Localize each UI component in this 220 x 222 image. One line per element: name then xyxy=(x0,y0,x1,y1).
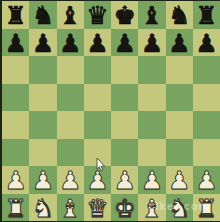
piece-white-queen[interactable]: ♛ xyxy=(86,194,108,221)
square-b8[interactable]: ♞ xyxy=(29,1,56,29)
square-c1[interactable]: ♝ xyxy=(57,194,84,222)
square-c6[interactable] xyxy=(57,56,84,84)
piece-white-knight[interactable]: ♞ xyxy=(168,194,190,221)
piece-white-pawn[interactable]: ♟ xyxy=(86,167,108,194)
square-f3[interactable] xyxy=(138,139,165,167)
square-g2[interactable]: ♟ xyxy=(166,166,193,194)
piece-white-pawn[interactable]: ♟ xyxy=(113,167,135,194)
square-d2[interactable]: ♟ xyxy=(84,166,111,194)
square-f2[interactable]: ♟ xyxy=(138,166,165,194)
piece-black-queen[interactable]: ♛ xyxy=(86,2,108,29)
square-h1[interactable]: ♜ xyxy=(193,194,220,222)
square-b4[interactable] xyxy=(29,111,56,139)
square-h6[interactable] xyxy=(193,56,220,84)
square-c3[interactable] xyxy=(57,139,84,167)
piece-black-pawn[interactable]: ♟ xyxy=(86,29,108,56)
piece-white-pawn[interactable]: ♟ xyxy=(141,167,163,194)
piece-white-pawn[interactable]: ♟ xyxy=(168,167,190,194)
piece-black-bishop[interactable]: ♝ xyxy=(141,2,163,29)
chessboard: ♜♞♝♛♚♝♞♜♟♟♟♟♟♟♟♟♟♟♟♟♟♟♟♟♜♞♝♛♚♝♞♜ clker.c… xyxy=(0,0,220,222)
square-e8[interactable]: ♚ xyxy=(111,1,138,29)
square-e3[interactable] xyxy=(111,139,138,167)
piece-black-pawn[interactable]: ♟ xyxy=(195,29,217,56)
square-b7[interactable]: ♟ xyxy=(29,29,56,57)
piece-black-rook[interactable]: ♜ xyxy=(195,2,217,29)
piece-black-pawn[interactable]: ♟ xyxy=(32,29,54,56)
square-b1[interactable]: ♞ xyxy=(29,194,56,222)
square-f5[interactable] xyxy=(138,84,165,112)
square-g7[interactable]: ♟ xyxy=(166,29,193,57)
piece-black-pawn[interactable]: ♟ xyxy=(141,29,163,56)
square-e4[interactable] xyxy=(111,111,138,139)
square-e6[interactable] xyxy=(111,56,138,84)
square-c5[interactable] xyxy=(57,84,84,112)
square-g5[interactable] xyxy=(166,84,193,112)
square-e5[interactable] xyxy=(111,84,138,112)
square-e7[interactable]: ♟ xyxy=(111,29,138,57)
square-f4[interactable] xyxy=(138,111,165,139)
square-h2[interactable]: ♟ xyxy=(193,166,220,194)
piece-black-pawn[interactable]: ♟ xyxy=(4,29,26,56)
square-f7[interactable]: ♟ xyxy=(138,29,165,57)
square-c4[interactable] xyxy=(57,111,84,139)
square-g3[interactable] xyxy=(166,139,193,167)
square-a7[interactable]: ♟ xyxy=(2,29,29,57)
piece-white-pawn[interactable]: ♟ xyxy=(59,167,81,194)
square-a1[interactable]: ♜ xyxy=(2,194,29,222)
piece-black-knight[interactable]: ♞ xyxy=(168,2,190,29)
square-h4[interactable] xyxy=(193,111,220,139)
square-a2[interactable]: ♟ xyxy=(2,166,29,194)
piece-white-bishop[interactable]: ♝ xyxy=(141,194,163,221)
square-h3[interactable] xyxy=(193,139,220,167)
square-a3[interactable] xyxy=(2,139,29,167)
piece-black-knight[interactable]: ♞ xyxy=(32,2,54,29)
square-g8[interactable]: ♞ xyxy=(166,1,193,29)
piece-white-bishop[interactable]: ♝ xyxy=(59,194,81,221)
piece-white-pawn[interactable]: ♟ xyxy=(4,167,26,194)
square-a5[interactable] xyxy=(2,84,29,112)
square-g6[interactable] xyxy=(166,56,193,84)
square-d8[interactable]: ♛ xyxy=(84,1,111,29)
piece-white-pawn[interactable]: ♟ xyxy=(195,167,217,194)
square-f1[interactable]: ♝ xyxy=(138,194,165,222)
piece-white-pawn[interactable]: ♟ xyxy=(32,167,54,194)
piece-black-pawn[interactable]: ♟ xyxy=(59,29,81,56)
piece-white-rook[interactable]: ♜ xyxy=(195,194,217,221)
piece-white-rook[interactable]: ♜ xyxy=(4,194,26,221)
square-a8[interactable]: ♜ xyxy=(2,1,29,29)
square-e1[interactable]: ♚ xyxy=(111,194,138,222)
square-b2[interactable]: ♟ xyxy=(29,166,56,194)
piece-black-pawn[interactable]: ♟ xyxy=(168,29,190,56)
square-c8[interactable]: ♝ xyxy=(57,1,84,29)
square-h8[interactable]: ♜ xyxy=(193,1,220,29)
square-g1[interactable]: ♞ xyxy=(166,194,193,222)
square-g4[interactable] xyxy=(166,111,193,139)
square-h5[interactable] xyxy=(193,84,220,112)
board-grid: ♜♞♝♛♚♝♞♜♟♟♟♟♟♟♟♟♟♟♟♟♟♟♟♟♜♞♝♛♚♝♞♜ xyxy=(2,1,220,221)
square-c2[interactable]: ♟ xyxy=(57,166,84,194)
piece-black-king[interactable]: ♚ xyxy=(113,2,135,29)
square-b3[interactable] xyxy=(29,139,56,167)
piece-black-rook[interactable]: ♜ xyxy=(4,2,26,29)
square-f6[interactable] xyxy=(138,56,165,84)
square-a4[interactable] xyxy=(2,111,29,139)
square-d4[interactable] xyxy=(84,111,111,139)
square-d5[interactable] xyxy=(84,84,111,112)
square-f8[interactable]: ♝ xyxy=(138,1,165,29)
square-c7[interactable]: ♟ xyxy=(57,29,84,57)
piece-black-bishop[interactable]: ♝ xyxy=(59,2,81,29)
square-d7[interactable]: ♟ xyxy=(84,29,111,57)
piece-white-knight[interactable]: ♞ xyxy=(32,194,54,221)
square-b6[interactable] xyxy=(29,56,56,84)
square-h7[interactable]: ♟ xyxy=(193,29,220,57)
square-d3[interactable] xyxy=(84,139,111,167)
square-e2[interactable]: ♟ xyxy=(111,166,138,194)
square-d1[interactable]: ♛ xyxy=(84,194,111,222)
square-a6[interactable] xyxy=(2,56,29,84)
piece-black-pawn[interactable]: ♟ xyxy=(113,29,135,56)
square-b5[interactable] xyxy=(29,84,56,112)
square-d6[interactable] xyxy=(84,56,111,84)
piece-white-king[interactable]: ♚ xyxy=(113,194,135,221)
